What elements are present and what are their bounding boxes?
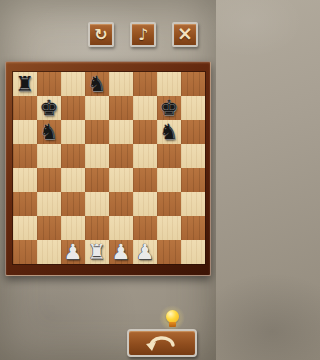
- square-h7[interactable]: [181, 96, 205, 120]
- square-e3[interactable]: [109, 192, 133, 216]
- hint-area: [127, 318, 205, 360]
- piece-wp-c1[interactable]: ♟: [64, 240, 83, 264]
- square-f8[interactable]: [133, 72, 157, 96]
- square-e8[interactable]: [109, 72, 133, 96]
- square-g6[interactable]: ♞: [157, 120, 181, 144]
- piece-bn-b6[interactable]: ♞: [40, 120, 59, 144]
- square-f4[interactable]: [133, 168, 157, 192]
- square-h1[interactable]: [181, 240, 205, 264]
- square-g1[interactable]: [157, 240, 181, 264]
- square-g7[interactable]: ♚: [157, 96, 181, 120]
- piece-bn-d8[interactable]: ♞: [88, 72, 107, 96]
- top-toolbar: ↻ ♪ ×: [0, 22, 216, 48]
- square-b8[interactable]: [37, 72, 61, 96]
- piece-wp-f1[interactable]: ♟: [136, 240, 155, 264]
- square-b7[interactable]: ♚: [37, 96, 61, 120]
- piece-br-a8[interactable]: ♜: [16, 72, 35, 96]
- square-f3[interactable]: [133, 192, 157, 216]
- square-d6[interactable]: [85, 120, 109, 144]
- square-d5[interactable]: [85, 144, 109, 168]
- square-a7[interactable]: [13, 96, 37, 120]
- square-h4[interactable]: [181, 168, 205, 192]
- restart-icon: ↻: [94, 27, 107, 43]
- square-a4[interactable]: [13, 168, 37, 192]
- square-g4[interactable]: [157, 168, 181, 192]
- piece-wp-e1[interactable]: ♟: [112, 240, 131, 264]
- square-d4[interactable]: [85, 168, 109, 192]
- square-b6[interactable]: ♞: [37, 120, 61, 144]
- square-g5[interactable]: [157, 144, 181, 168]
- square-b4[interactable]: [37, 168, 61, 192]
- square-a2[interactable]: [13, 216, 37, 240]
- square-h8[interactable]: [181, 72, 205, 96]
- undo-hint-button[interactable]: [127, 329, 197, 357]
- square-a6[interactable]: [13, 120, 37, 144]
- square-c3[interactable]: [61, 192, 85, 216]
- square-d8[interactable]: ♞: [85, 72, 109, 96]
- square-f2[interactable]: [133, 216, 157, 240]
- square-g3[interactable]: [157, 192, 181, 216]
- piece-bk-g7[interactable]: ♚: [160, 96, 179, 120]
- square-d7[interactable]: [85, 96, 109, 120]
- music-toggle-button[interactable]: ♪: [130, 22, 156, 47]
- square-d3[interactable]: [85, 192, 109, 216]
- square-b3[interactable]: [37, 192, 61, 216]
- restart-button[interactable]: ↻: [88, 22, 114, 47]
- square-g2[interactable]: [157, 216, 181, 240]
- close-icon: ×: [177, 24, 193, 43]
- square-f1[interactable]: ♟: [133, 240, 157, 264]
- square-b1[interactable]: [37, 240, 61, 264]
- square-h3[interactable]: [181, 192, 205, 216]
- square-d1[interactable]: ♜: [85, 240, 109, 264]
- square-a3[interactable]: [13, 192, 37, 216]
- square-b2[interactable]: [37, 216, 61, 240]
- square-c5[interactable]: [61, 144, 85, 168]
- square-e6[interactable]: [109, 120, 133, 144]
- square-c7[interactable]: [61, 96, 85, 120]
- square-e1[interactable]: ♟: [109, 240, 133, 264]
- square-a5[interactable]: [13, 144, 37, 168]
- square-c2[interactable]: [61, 216, 85, 240]
- square-e4[interactable]: [109, 168, 133, 192]
- square-b5[interactable]: [37, 144, 61, 168]
- square-d2[interactable]: [85, 216, 109, 240]
- square-e2[interactable]: [109, 216, 133, 240]
- square-e5[interactable]: [109, 144, 133, 168]
- square-f5[interactable]: [133, 144, 157, 168]
- square-c6[interactable]: [61, 120, 85, 144]
- square-c8[interactable]: [61, 72, 85, 96]
- square-h5[interactable]: [181, 144, 205, 168]
- chess-board[interactable]: ♜♞♚♚♞♞♟♜♟♟: [13, 72, 205, 264]
- square-a8[interactable]: ♜: [13, 72, 37, 96]
- undo-arrow-icon: [145, 334, 179, 352]
- square-c4[interactable]: [61, 168, 85, 192]
- piece-wr-d1[interactable]: ♜: [88, 240, 107, 264]
- square-h2[interactable]: [181, 216, 205, 240]
- lightbulb-icon: [164, 310, 180, 330]
- square-e7[interactable]: [109, 96, 133, 120]
- square-h6[interactable]: [181, 120, 205, 144]
- square-c1[interactable]: ♟: [61, 240, 85, 264]
- piece-bk-b7[interactable]: ♚: [40, 96, 59, 120]
- close-button[interactable]: ×: [172, 22, 198, 47]
- square-f7[interactable]: [133, 96, 157, 120]
- square-f6[interactable]: [133, 120, 157, 144]
- square-g8[interactable]: [157, 72, 181, 96]
- piece-bn-g6[interactable]: ♞: [160, 120, 179, 144]
- chess-board-frame: ♜♞♚♚♞♞♟♜♟♟: [5, 61, 211, 276]
- square-a1[interactable]: [13, 240, 37, 264]
- music-note-icon: ♪: [138, 27, 148, 43]
